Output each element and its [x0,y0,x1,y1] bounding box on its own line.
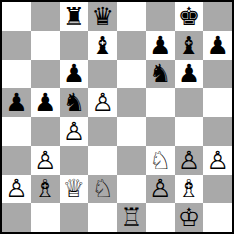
square-d7[interactable]: ♝ [88,31,117,60]
white-pawn-b3: ♙ [34,148,56,173]
square-a7[interactable] [2,31,31,60]
black-bishop-d7: ♝ [91,33,113,58]
square-b1[interactable] [31,203,60,232]
black-knight-c5: ♞ [63,90,85,115]
black-rook-c8: ♜ [63,4,85,29]
square-d1[interactable] [88,203,117,232]
square-c8[interactable]: ♜ [60,2,89,31]
square-d3[interactable] [88,146,117,175]
square-c2[interactable]: ♕ [60,175,89,204]
square-h8[interactable] [203,2,232,31]
square-b2[interactable]: ♗ [31,175,60,204]
square-d8[interactable]: ♛ [88,2,117,31]
square-f7[interactable]: ♟ [146,31,175,60]
square-h4[interactable] [203,117,232,146]
white-queen-c2: ♕ [63,176,85,201]
square-f8[interactable] [146,2,175,31]
white-king-g1: ♔ [178,205,200,230]
square-h2[interactable] [203,175,232,204]
square-f5[interactable] [146,88,175,117]
square-b6[interactable] [31,60,60,89]
square-g3[interactable]: ♙ [175,146,204,175]
square-f1[interactable] [146,203,175,232]
white-pawn-f2: ♙ [149,176,171,201]
square-h5[interactable] [203,88,232,117]
square-f2[interactable]: ♙ [146,175,175,204]
square-g2[interactable]: ♗ [175,175,204,204]
black-pawn-c6: ♟ [63,61,85,86]
square-d6[interactable] [88,60,117,89]
square-c5[interactable]: ♞ [60,88,89,117]
square-c3[interactable] [60,146,89,175]
white-rook-e1: ♖ [120,205,142,230]
white-bishop-g2: ♗ [178,176,200,201]
white-knight-d2: ♘ [91,176,113,201]
square-c7[interactable] [60,31,89,60]
white-pawn-h3: ♙ [206,148,228,173]
white-pawn-c4: ♙ [63,119,85,144]
white-bishop-b2: ♗ [34,176,56,201]
square-g5[interactable] [175,88,204,117]
black-king-g8: ♚ [178,4,200,29]
square-c1[interactable] [60,203,89,232]
square-e5[interactable] [117,88,146,117]
square-a1[interactable] [2,203,31,232]
square-d4[interactable] [88,117,117,146]
square-g4[interactable] [175,117,204,146]
square-g1[interactable]: ♔ [175,203,204,232]
square-a3[interactable] [2,146,31,175]
square-a4[interactable] [2,117,31,146]
square-d5[interactable]: ♙ [88,88,117,117]
square-a6[interactable] [2,60,31,89]
square-e2[interactable] [117,175,146,204]
square-a2[interactable]: ♙ [2,175,31,204]
square-g6[interactable]: ♟ [175,60,204,89]
square-f6[interactable]: ♞ [146,60,175,89]
square-h1[interactable] [203,203,232,232]
black-pawn-b5: ♟ [34,90,56,115]
black-pawn-f7: ♟ [149,33,171,58]
white-pawn-d5: ♙ [91,90,113,115]
black-pawn-g6: ♟ [178,61,200,86]
black-queen-d8: ♛ [91,4,113,29]
square-a5[interactable]: ♟ [2,88,31,117]
white-pawn-g3: ♙ [178,148,200,173]
square-d2[interactable]: ♘ [88,175,117,204]
square-e3[interactable] [117,146,146,175]
square-e8[interactable] [117,2,146,31]
square-b7[interactable] [31,31,60,60]
square-f3[interactable]: ♘ [146,146,175,175]
square-h3[interactable]: ♙ [203,146,232,175]
square-g7[interactable]: ♝ [175,31,204,60]
square-c4[interactable]: ♙ [60,117,89,146]
square-h6[interactable] [203,60,232,89]
black-pawn-a5: ♟ [5,90,27,115]
square-c6[interactable]: ♟ [60,60,89,89]
square-e4[interactable] [117,117,146,146]
square-g8[interactable]: ♚ [175,2,204,31]
black-bishop-g7: ♝ [178,33,200,58]
chessboard: ♜♛♚♝♟♝♟♟♞♟♟♟♞♙♙♙♘♙♙♙♗♕♘♙♗♖♔ [0,0,234,234]
square-a8[interactable] [2,2,31,31]
square-e7[interactable] [117,31,146,60]
black-knight-f6: ♞ [149,61,171,86]
square-h7[interactable]: ♟ [203,31,232,60]
square-b3[interactable]: ♙ [31,146,60,175]
square-f4[interactable] [146,117,175,146]
square-b8[interactable] [31,2,60,31]
black-pawn-h7: ♟ [206,33,228,58]
square-b4[interactable] [31,117,60,146]
square-e1[interactable]: ♖ [117,203,146,232]
square-e6[interactable] [117,60,146,89]
white-pawn-a2: ♙ [5,176,27,201]
white-knight-f3: ♘ [149,148,171,173]
square-b5[interactable]: ♟ [31,88,60,117]
